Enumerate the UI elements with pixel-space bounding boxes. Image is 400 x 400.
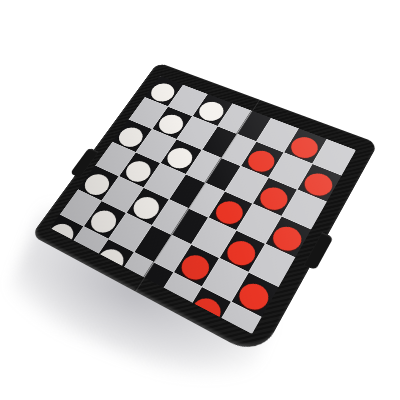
clasp-tab-right	[304, 232, 334, 270]
product-photo: { "image_type": "overhead product photo,…	[0, 0, 400, 400]
